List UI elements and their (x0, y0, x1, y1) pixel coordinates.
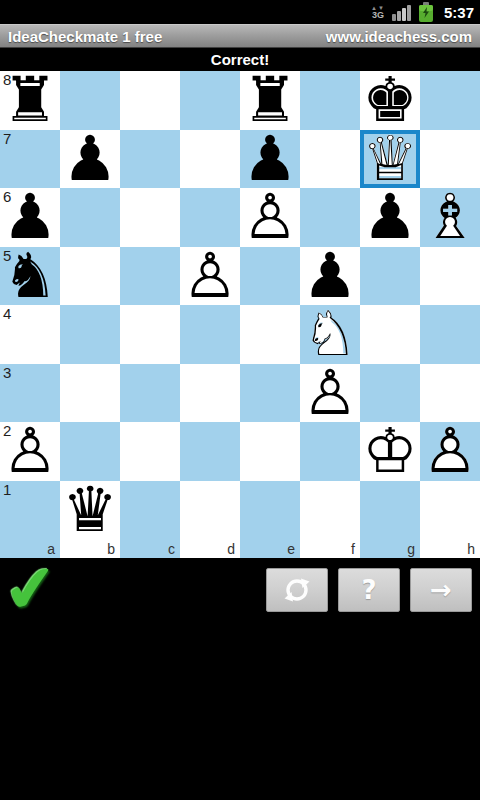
square-g2[interactable]: ♚♔ (360, 422, 420, 481)
square-d3[interactable] (180, 364, 240, 423)
chess-board: 8♜♜♚7♟♟♛♕6♟♟♙♟♝♗5♞♟♙♟4♞♘3♟♙2♟♙♚♔♟♙1♛ (0, 71, 480, 539)
square-a8[interactable]: 8♜ (0, 71, 60, 130)
network-3g-icon: ▲▼ 3G (371, 5, 385, 20)
square-d6[interactable] (180, 188, 240, 247)
square-d2[interactable] (180, 422, 240, 481)
question-mark-icon: ? (361, 577, 376, 603)
button-group: ? → (266, 568, 472, 612)
white-bishop-h6: ♝♗ (420, 188, 480, 247)
file-label-c: c (168, 541, 175, 557)
square-g1[interactable] (360, 481, 420, 540)
clock: 5:37 (444, 4, 474, 21)
square-b7[interactable]: ♟ (60, 130, 120, 189)
file-label-cell-f: f (300, 539, 360, 558)
square-b6[interactable] (60, 188, 120, 247)
square-a2[interactable]: 2♟♙ (0, 422, 60, 481)
black-rook-e8: ♜ (240, 71, 300, 130)
black-queen-b1: ♛ (60, 481, 120, 540)
square-c3[interactable] (120, 364, 180, 423)
square-f8[interactable] (300, 71, 360, 130)
square-g8[interactable]: ♚ (360, 71, 420, 130)
square-c1[interactable] (120, 481, 180, 540)
white-pawn-f3: ♟♙ (300, 364, 360, 423)
rank-label-3: 3 (3, 364, 11, 381)
app-title: IdeaCheckmate 1 free (8, 28, 162, 45)
square-e5[interactable] (240, 247, 300, 306)
square-c6[interactable] (120, 188, 180, 247)
square-e1[interactable] (240, 481, 300, 540)
square-d8[interactable] (180, 71, 240, 130)
signal-strength-icon (392, 4, 411, 21)
square-c7[interactable] (120, 130, 180, 189)
refresh-icon (281, 574, 313, 606)
square-g6[interactable]: ♟ (360, 188, 420, 247)
square-h2[interactable]: ♟♙ (420, 422, 480, 481)
rank-label-1: 1 (3, 481, 11, 498)
file-label-cell-e: e (240, 539, 300, 558)
square-b3[interactable] (60, 364, 120, 423)
square-g5[interactable] (360, 247, 420, 306)
rank-label-6: 6 (3, 188, 11, 205)
battery-charging-icon (418, 2, 434, 22)
square-f2[interactable] (300, 422, 360, 481)
square-h1[interactable] (420, 481, 480, 540)
rank-label-4: 4 (3, 305, 11, 322)
square-d5[interactable]: ♟♙ (180, 247, 240, 306)
black-pawn-g6: ♟ (360, 188, 420, 247)
file-label-cell-g: g (360, 539, 420, 558)
square-a6[interactable]: 6♟ (0, 188, 60, 247)
app-screen: ▲▼ 3G 5:37 IdeaCheckmate 1 free www.idea… (0, 0, 480, 800)
file-label-e: e (287, 541, 295, 557)
black-pawn-b7: ♟ (60, 130, 120, 189)
square-c5[interactable] (120, 247, 180, 306)
square-e8[interactable]: ♜ (240, 71, 300, 130)
square-c2[interactable] (120, 422, 180, 481)
square-b8[interactable] (60, 71, 120, 130)
square-h4[interactable] (420, 305, 480, 364)
square-f1[interactable] (300, 481, 360, 540)
square-b2[interactable] (60, 422, 120, 481)
status-bar: ▲▼ 3G 5:37 (0, 0, 480, 24)
rank-label-5: 5 (3, 247, 11, 264)
square-a5[interactable]: 5♞ (0, 247, 60, 306)
square-a1[interactable]: 1 (0, 481, 60, 540)
bottom-bar: ✔ ? → (0, 558, 480, 800)
rank-label-8: 8 (3, 71, 11, 88)
file-label-cell-h: h (420, 539, 480, 558)
white-pawn-e6: ♟♙ (240, 188, 300, 247)
rank-label-2: 2 (3, 422, 11, 439)
website-label: www.ideachess.com (326, 28, 472, 45)
square-h6[interactable]: ♝♗ (420, 188, 480, 247)
title-bar: IdeaCheckmate 1 free www.ideachess.com (0, 24, 480, 48)
square-e4[interactable] (240, 305, 300, 364)
hint-button[interactable]: ? (338, 568, 400, 612)
file-label-f: f (351, 541, 355, 557)
square-d7[interactable] (180, 130, 240, 189)
next-button[interactable]: → (410, 568, 472, 612)
square-b5[interactable] (60, 247, 120, 306)
square-e6[interactable]: ♟♙ (240, 188, 300, 247)
white-pawn-h2: ♟♙ (420, 422, 480, 481)
square-c4[interactable] (120, 305, 180, 364)
rank-label-7: 7 (3, 130, 11, 147)
square-f6[interactable] (300, 188, 360, 247)
white-knight-f4: ♞♘ (300, 305, 360, 364)
white-pawn-d5: ♟♙ (180, 247, 240, 306)
square-h5[interactable] (420, 247, 480, 306)
square-e2[interactable] (240, 422, 300, 481)
arrow-right-icon: → (430, 577, 452, 603)
correct-checkmark-icon: ✔ (0, 549, 61, 628)
file-label-d: d (227, 541, 235, 557)
file-label-cell-c: c (120, 539, 180, 558)
square-f4[interactable]: ♞♘ (300, 305, 360, 364)
square-e3[interactable] (240, 364, 300, 423)
white-king-g2: ♚♔ (360, 422, 420, 481)
square-f3[interactable]: ♟♙ (300, 364, 360, 423)
square-g4[interactable] (360, 305, 420, 364)
square-a4[interactable]: 4 (0, 305, 60, 364)
square-c8[interactable] (120, 71, 180, 130)
black-king-g8: ♚ (360, 71, 420, 130)
square-f7[interactable] (300, 130, 360, 189)
file-label-g: g (407, 541, 415, 557)
square-d4[interactable] (180, 305, 240, 364)
square-d1[interactable] (180, 481, 240, 540)
file-label-h: h (467, 541, 475, 557)
retry-button[interactable] (266, 568, 328, 612)
file-label-cell-d: d (180, 539, 240, 558)
square-h8[interactable] (420, 71, 480, 130)
square-b1[interactable]: ♛ (60, 481, 120, 540)
square-b4[interactable] (60, 305, 120, 364)
